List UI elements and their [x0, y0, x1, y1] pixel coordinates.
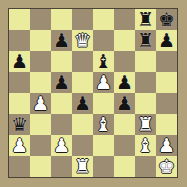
square-f4[interactable]: ♟	[114, 93, 135, 114]
square-h8[interactable]: ♚	[156, 9, 177, 30]
square-c4[interactable]	[51, 93, 72, 114]
black-king-h8[interactable]: ♚	[158, 9, 175, 30]
square-h2[interactable]: ♟	[156, 135, 177, 156]
square-h7[interactable]: ♟	[156, 30, 177, 51]
chess-board: ♜♚♟♛♜♟♟♝♟♟♟♟♟♟♛♝♜♟♟♝♟♜♚	[9, 9, 177, 177]
black-pawn-f4[interactable]: ♟	[116, 93, 133, 114]
square-b7[interactable]	[30, 30, 51, 51]
square-d8[interactable]	[72, 9, 93, 30]
white-pawn-a2[interactable]: ♟	[11, 135, 28, 156]
square-e3[interactable]: ♝	[93, 114, 114, 135]
square-h1[interactable]: ♚	[156, 156, 177, 177]
square-e6[interactable]: ♝	[93, 51, 114, 72]
square-e7[interactable]	[93, 30, 114, 51]
black-queen-a3[interactable]: ♛	[11, 114, 28, 135]
square-f2[interactable]	[114, 135, 135, 156]
square-d6[interactable]	[72, 51, 93, 72]
square-g6[interactable]	[135, 51, 156, 72]
square-a7[interactable]	[9, 30, 30, 51]
white-king-h1[interactable]: ♚	[158, 156, 175, 177]
square-c1[interactable]	[51, 156, 72, 177]
black-pawn-c5[interactable]: ♟	[53, 72, 70, 93]
square-d4[interactable]: ♟	[72, 93, 93, 114]
square-e4[interactable]	[93, 93, 114, 114]
white-pawn-b4[interactable]: ♟	[32, 93, 49, 114]
square-e5[interactable]: ♟	[93, 72, 114, 93]
square-b2[interactable]	[30, 135, 51, 156]
white-rook-g3[interactable]: ♜	[137, 114, 154, 135]
square-d7[interactable]: ♛	[72, 30, 93, 51]
square-f8[interactable]	[114, 9, 135, 30]
white-bishop-e3[interactable]: ♝	[95, 114, 112, 135]
black-pawn-a6[interactable]: ♟	[11, 51, 28, 72]
square-c5[interactable]: ♟	[51, 72, 72, 93]
square-d5[interactable]	[72, 72, 93, 93]
square-h6[interactable]	[156, 51, 177, 72]
square-a6[interactable]: ♟	[9, 51, 30, 72]
square-b1[interactable]	[30, 156, 51, 177]
square-b3[interactable]	[30, 114, 51, 135]
black-pawn-f5[interactable]: ♟	[116, 72, 133, 93]
square-c2[interactable]: ♟	[51, 135, 72, 156]
square-h4[interactable]	[156, 93, 177, 114]
square-f6[interactable]	[114, 51, 135, 72]
square-e2[interactable]	[93, 135, 114, 156]
square-a3[interactable]: ♛	[9, 114, 30, 135]
square-g4[interactable]	[135, 93, 156, 114]
square-f7[interactable]	[114, 30, 135, 51]
white-pawn-e5[interactable]: ♟	[95, 72, 112, 93]
square-g5[interactable]	[135, 72, 156, 93]
square-c3[interactable]	[51, 114, 72, 135]
square-g2[interactable]: ♝	[135, 135, 156, 156]
square-c6[interactable]	[51, 51, 72, 72]
square-b4[interactable]: ♟	[30, 93, 51, 114]
square-f1[interactable]	[114, 156, 135, 177]
white-rook-d1[interactable]: ♜	[74, 156, 91, 177]
square-b6[interactable]	[30, 51, 51, 72]
square-f5[interactable]: ♟	[114, 72, 135, 93]
square-e1[interactable]	[93, 156, 114, 177]
black-pawn-c7[interactable]: ♟	[53, 30, 70, 51]
square-a2[interactable]: ♟	[9, 135, 30, 156]
square-f3[interactable]	[114, 114, 135, 135]
square-g7[interactable]: ♜	[135, 30, 156, 51]
square-g1[interactable]	[135, 156, 156, 177]
white-pawn-c2[interactable]: ♟	[53, 135, 70, 156]
white-pawn-h2[interactable]: ♟	[158, 135, 175, 156]
square-b5[interactable]	[30, 72, 51, 93]
black-rook-g7[interactable]: ♜	[137, 30, 154, 51]
black-pawn-h7[interactable]: ♟	[158, 30, 175, 51]
chessboard-frame: ♜♚♟♛♜♟♟♝♟♟♟♟♟♟♛♝♜♟♟♝♟♜♚	[0, 0, 187, 187]
white-queen-d7[interactable]: ♛	[74, 30, 91, 51]
square-d1[interactable]: ♜	[72, 156, 93, 177]
square-d2[interactable]	[72, 135, 93, 156]
square-c7[interactable]: ♟	[51, 30, 72, 51]
square-d3[interactable]	[72, 114, 93, 135]
black-bishop-e6[interactable]: ♝	[95, 51, 112, 72]
square-a8[interactable]	[9, 9, 30, 30]
black-rook-g8[interactable]: ♜	[137, 9, 154, 30]
square-h3[interactable]	[156, 114, 177, 135]
square-b8[interactable]	[30, 9, 51, 30]
black-pawn-d4[interactable]: ♟	[74, 93, 91, 114]
square-a4[interactable]	[9, 93, 30, 114]
square-e8[interactable]	[93, 9, 114, 30]
square-g8[interactable]: ♜	[135, 9, 156, 30]
white-bishop-g2[interactable]: ♝	[137, 135, 154, 156]
square-h5[interactable]	[156, 72, 177, 93]
square-g3[interactable]: ♜	[135, 114, 156, 135]
square-c8[interactable]	[51, 9, 72, 30]
square-a5[interactable]	[9, 72, 30, 93]
square-a1[interactable]	[9, 156, 30, 177]
